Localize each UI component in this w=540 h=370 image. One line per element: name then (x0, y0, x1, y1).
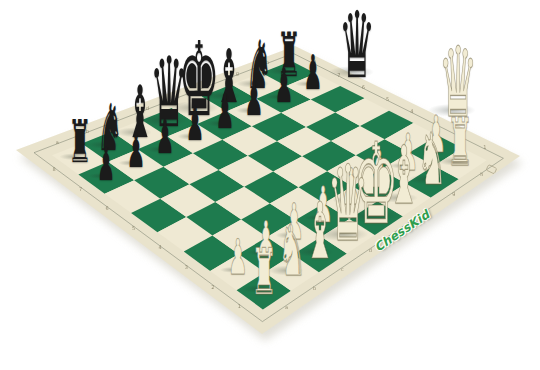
chess-set-photo: aa11bb22cc33dd44ee55ff66gg77hh88 ♜♛♞♟♝♟♚… (0, 0, 540, 370)
piece-black-pawn-c7: ♟ (156, 114, 175, 161)
piece-white-bishop-c1: ♝ (304, 192, 335, 270)
piece-black-pawn-f7: ♟ (244, 74, 263, 122)
piece-black-pawn-b7: ♟ (126, 127, 145, 174)
coordinate-label: c (341, 266, 344, 272)
piece-white-knight-g1: ♞ (418, 124, 447, 196)
coordinate-label: 4 (158, 244, 161, 250)
piece-white-pawn-a2: ♟ (228, 233, 248, 282)
coordinate-label: 1 (238, 303, 241, 309)
coordinate-label: a (285, 304, 288, 310)
coordinate-label: g (452, 190, 455, 197)
coordinate-label: b (313, 285, 316, 291)
piece-black-pawn-h7: ♟ (304, 48, 323, 96)
coordinate-label: 3 (185, 264, 188, 270)
coordinate-label: 6 (106, 205, 109, 211)
piece-black-pawn-g7: ♟ (274, 61, 293, 109)
piece-white-rook-a1: ♜ (251, 239, 277, 303)
coordinate-label: 4 (410, 108, 413, 114)
coordinate-label: 2 (211, 284, 214, 290)
piece-white-knight-b1: ♞ (278, 216, 306, 286)
piece-black-pawn-a7: ♟ (97, 141, 116, 187)
piece-black-pawn-d7: ♟ (186, 101, 205, 148)
piece-white-rook-h1: ♜ (447, 110, 474, 176)
extra-black-queen: ♛ (338, 0, 375, 92)
coordinate-label: 7 (79, 186, 82, 192)
coordinate-label: 5 (132, 225, 135, 231)
coordinate-label: h (480, 171, 483, 177)
coordinate-label: a (56, 139, 59, 145)
coordinate-label: 8 (53, 166, 56, 172)
piece-black-pawn-e7: ♟ (215, 87, 234, 135)
coordinate-label: 5 (386, 96, 389, 102)
piece-black-rook-a8: ♜ (68, 111, 92, 170)
coordinate-label: 1 (483, 144, 486, 150)
